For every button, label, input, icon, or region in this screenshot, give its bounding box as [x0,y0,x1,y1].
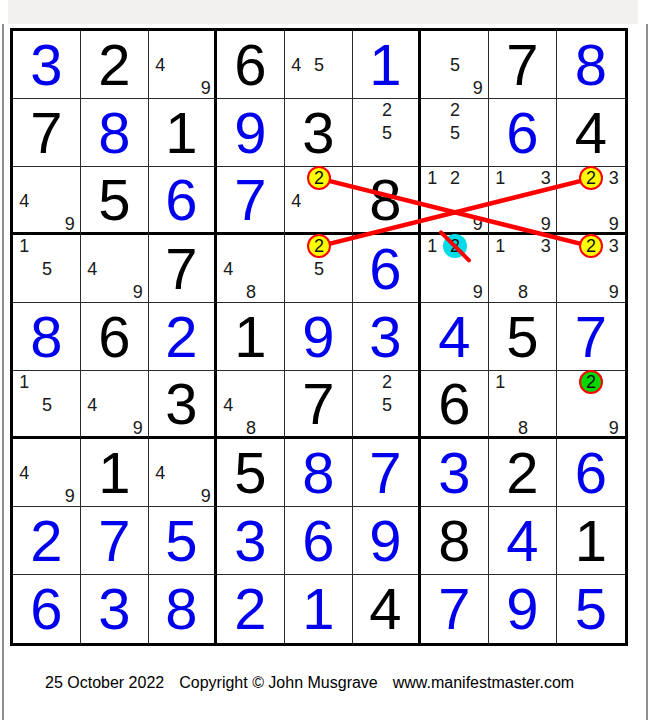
cell-r9c8[interactable]: 9 [489,575,557,643]
cell-r8c6[interactable]: 9 [353,507,421,575]
cell-r7c5[interactable]: 8 [285,439,353,507]
given-digit: 7 [489,31,556,98]
candidate-3: 3 [609,169,619,187]
cell-r7c7[interactable]: 3 [421,439,489,507]
cell-r4c6[interactable]: 6 [353,235,421,303]
candidate-4: 4 [291,192,301,210]
candidate-9: 9 [133,283,143,301]
footer-date: 25 October 2022 [45,674,164,692]
solved-digit: 6 [353,235,418,302]
candidate-1: 1 [19,237,29,255]
given-digit: 7 [13,99,80,166]
candidate-9: 9 [609,283,619,301]
cell-r2c3[interactable]: 1 [149,99,217,167]
candidate-5: 5 [42,396,52,414]
cell-r2c7[interactable]: 25 [421,99,489,167]
given-digit: 6 [81,303,148,370]
candidate-1: 1 [427,237,437,255]
cell-r6c3[interactable]: 3 [149,371,217,439]
candidate-4: 4 [87,396,97,414]
solved-digit: 3 [81,575,148,643]
cell-r2c9[interactable]: 4 [557,99,625,167]
candidate-8: 8 [246,283,256,301]
cell-r7c1[interactable]: 49 [13,439,81,507]
solved-digit: 5 [149,507,214,574]
given-digit: 3 [149,371,214,436]
cell-r5c1[interactable]: 8 [13,303,81,371]
solved-digit: 3 [217,507,284,574]
cell-r9c2[interactable]: 3 [81,575,149,643]
cell-r1c4[interactable]: 6 [217,31,285,99]
given-digit: 2 [81,31,148,98]
solved-digit: 6 [13,575,80,643]
window-right-edge [646,24,648,720]
given-digit: 6 [217,31,284,98]
cell-r6c2[interactable]: 49 [81,371,149,439]
candidate-3: 3 [541,169,551,187]
solved-digit: 7 [557,303,625,370]
solved-digit: 3 [353,303,418,370]
given-digit: 6 [421,371,488,436]
cell-r8c8[interactable]: 4 [489,507,557,575]
cell-r1c1[interactable]: 3 [13,31,81,99]
cell-r5c5[interactable]: 9 [285,303,353,371]
candidate-2: 2 [450,101,460,119]
cell-r3c8[interactable]: 139 [489,167,557,235]
solved-digit: 8 [285,439,352,506]
cell-r2c1[interactable]: 7 [13,99,81,167]
candidate-2: 2 [450,169,460,187]
cell-r8c9[interactable]: 1 [557,507,625,575]
cell-r8c5[interactable]: 6 [285,507,353,575]
given-digit: 1 [557,507,625,574]
cell-r5c6[interactable]: 3 [353,303,421,371]
candidate-3: 3 [541,237,551,255]
solved-digit: 1 [285,575,352,643]
solved-digit: 2 [149,303,214,370]
candidate-9: 9 [609,419,619,437]
cell-r3c7[interactable]: 129 [421,167,489,235]
candidate-3: 3 [609,237,619,255]
candidate-9: 9 [201,79,211,97]
solved-digit: 3 [13,31,80,98]
given-digit: 4 [353,575,418,643]
cell-r7c2[interactable]: 1 [81,439,149,507]
cell-r1c9[interactable]: 8 [557,31,625,99]
solved-digit: 7 [217,167,284,232]
candidate-2: 2 [382,101,392,119]
candidate-2: 2 [382,373,392,391]
given-digit: 7 [149,235,214,302]
cell-r7c4[interactable]: 5 [217,439,285,507]
candidate-9: 9 [473,215,483,233]
solved-digit: 6 [557,439,625,506]
cell-r5c9[interactable]: 7 [557,303,625,371]
given-digit: 1 [217,303,284,370]
solved-digit: 4 [421,303,488,370]
cell-r8c4[interactable]: 3 [217,507,285,575]
given-digit: 3 [285,99,352,166]
candidate-4: 4 [19,464,29,482]
cell-r7c8[interactable]: 2 [489,439,557,507]
cell-r2c6[interactable]: 25 [353,99,421,167]
candidate-4: 4 [155,464,165,482]
cell-r3c6[interactable]: 8 [353,167,421,235]
candidate-4: 4 [87,260,97,278]
footer-website: www.manifestmaster.com [393,674,574,692]
solved-digit: 6 [149,167,214,232]
cell-r2c5[interactable]: 3 [285,99,353,167]
cell-r4c7[interactable]: 19 [421,235,489,303]
candidate-9: 9 [473,283,483,301]
solved-digit: 9 [285,303,352,370]
candidate-9: 9 [609,215,619,233]
given-digit: 5 [81,167,148,232]
cell-r3c5[interactable]: 4 [285,167,353,235]
given-digit: 1 [149,99,214,166]
cell-r8c3[interactable]: 5 [149,507,217,575]
cell-r6c5[interactable]: 7 [285,371,353,439]
solved-digit: 9 [353,507,418,574]
given-digit: 8 [353,167,418,232]
cell-r8c1[interactable]: 2 [13,507,81,575]
cell-r6c4[interactable]: 48 [217,371,285,439]
candidate-1: 1 [427,169,437,187]
cell-r6c6[interactable]: 25 [353,371,421,439]
given-digit: 4 [557,99,625,166]
candidate-5: 5 [382,396,392,414]
candidate-5: 5 [314,260,324,278]
cell-r3c1[interactable]: 49 [13,167,81,235]
candidate-5: 5 [450,124,460,142]
solved-digit: 9 [489,575,556,643]
solved-digit: 2 [13,507,80,574]
solved-digit: 1 [353,31,418,98]
solved-digit: 7 [421,575,488,643]
candidate-9: 9 [65,215,75,233]
solved-digit: 8 [13,303,80,370]
candidate-9: 9 [133,419,143,437]
solved-digit: 7 [81,507,148,574]
cell-r4c9[interactable]: 39 [557,235,625,303]
solved-digit: 8 [557,31,625,98]
cell-r4c5[interactable]: 5 [285,235,353,303]
solved-digit: 3 [421,439,488,506]
cell-r2c8[interactable]: 6 [489,99,557,167]
candidate-1: 1 [495,169,505,187]
cell-r5c2[interactable]: 6 [81,303,149,371]
cell-r3c4[interactable]: 7 [217,167,285,235]
cell-r1c2[interactable]: 2 [81,31,149,99]
cell-r1c5[interactable]: 45 [285,31,353,99]
candidate-5: 5 [382,124,392,142]
candidate-4: 4 [291,56,301,74]
given-digit: 5 [489,303,556,370]
candidate-9: 9 [473,79,483,97]
candidate-4: 4 [19,192,29,210]
cell-r7c3[interactable]: 49 [149,439,217,507]
cell-r9c7[interactable]: 7 [421,575,489,643]
cell-r5c3[interactable]: 2 [149,303,217,371]
given-digit: 2 [489,439,556,506]
cell-r4c3[interactable]: 7 [149,235,217,303]
cell-r8c2[interactable]: 7 [81,507,149,575]
cell-r1c8[interactable]: 7 [489,31,557,99]
cell-r9c5[interactable]: 1 [285,575,353,643]
candidate-4: 4 [223,396,233,414]
solved-digit: 5 [557,575,625,643]
solved-digit: 7 [353,439,418,506]
given-digit: 5 [217,439,284,506]
cell-r6c9[interactable]: 9 [557,371,625,439]
candidate-9: 9 [201,487,211,505]
cell-r9c9[interactable]: 5 [557,575,625,643]
window-top-bar [8,0,638,24]
cell-r1c6[interactable]: 1 [353,31,421,99]
candidate-4: 4 [155,56,165,74]
solved-digit: 8 [81,99,148,166]
candidate-1: 1 [495,237,505,255]
cell-r2c4[interactable]: 9 [217,99,285,167]
cell-r4c4[interactable]: 48 [217,235,285,303]
cell-r9c4[interactable]: 2 [217,575,285,643]
cell-r7c9[interactable]: 6 [557,439,625,507]
cell-r3c2[interactable]: 5 [81,167,149,235]
given-digit: 7 [285,371,352,436]
footer-copyright: Copyright © John Musgrave [179,674,378,692]
cell-r5c7[interactable]: 4 [421,303,489,371]
cell-r4c8[interactable]: 138 [489,235,557,303]
cell-r7c6[interactable]: 7 [353,439,421,507]
cell-r5c4[interactable]: 1 [217,303,285,371]
candidate-5: 5 [42,260,52,278]
cell-r4c2[interactable]: 49 [81,235,149,303]
candidate-5: 5 [314,56,324,74]
candidate-1: 1 [19,373,29,391]
solved-digit: 4 [489,507,556,574]
solved-digit: 9 [217,99,284,166]
candidate-1: 1 [495,373,505,391]
cell-r6c1[interactable]: 15 [13,371,81,439]
candidate-8: 8 [246,419,256,437]
cell-r3c9[interactable]: 39 [557,167,625,235]
cell-r9c1[interactable]: 6 [13,575,81,643]
cell-r9c3[interactable]: 8 [149,575,217,643]
cell-r2c2[interactable]: 8 [81,99,149,167]
footer: 25 October 2022 Copyright © John Musgrav… [45,674,574,692]
candidate-5: 5 [450,56,460,74]
candidate-9: 9 [541,215,551,233]
candidate-8: 8 [518,419,528,437]
cell-r3c3[interactable]: 6 [149,167,217,235]
candidate-4: 4 [223,260,233,278]
cell-r8c7[interactable]: 8 [421,507,489,575]
solved-digit: 8 [149,575,214,643]
window-left-edge [2,24,4,720]
cell-r1c3[interactable]: 49 [149,31,217,99]
candidate-9: 9 [65,487,75,505]
cell-r9c6[interactable]: 4 [353,575,421,643]
cell-r6c7[interactable]: 6 [421,371,489,439]
cell-r4c1[interactable]: 15 [13,235,81,303]
given-digit: 8 [421,507,488,574]
solved-digit: 6 [285,507,352,574]
cell-r1c7[interactable]: 59 [421,31,489,99]
cell-r5c8[interactable]: 5 [489,303,557,371]
solved-digit: 6 [489,99,556,166]
solved-digit: 2 [217,575,284,643]
candidate-8: 8 [518,283,528,301]
cell-r6c8[interactable]: 18 [489,371,557,439]
given-digit: 1 [81,439,148,506]
sudoku-board: 222222 324964515978781932525644956748129… [10,28,628,646]
